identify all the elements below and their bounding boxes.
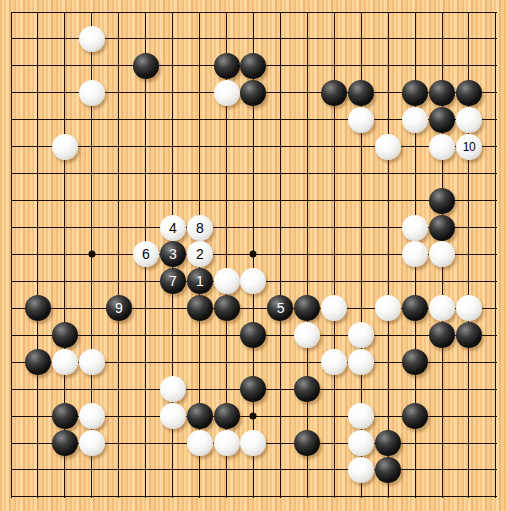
stone-white[interactable]	[214, 430, 240, 456]
grid-line	[388, 12, 389, 498]
move-number-label: 2	[196, 247, 203, 261]
stone-white[interactable]	[348, 322, 374, 348]
move-number-label: 8	[196, 221, 203, 235]
stone-white-move-2[interactable]: 2	[187, 241, 213, 267]
stone-white-move-8[interactable]: 8	[187, 215, 213, 241]
move-number-label: 3	[169, 247, 176, 261]
stone-black[interactable]	[321, 80, 347, 106]
stone-white[interactable]	[79, 26, 105, 52]
star-point	[250, 413, 257, 420]
stone-black[interactable]	[429, 188, 455, 214]
stone-black[interactable]	[294, 295, 320, 321]
move-number-label: 10	[463, 141, 475, 153]
stone-white[interactable]	[348, 457, 374, 483]
stone-black[interactable]	[25, 349, 51, 375]
stone-black-move-9[interactable]: 9	[106, 295, 132, 321]
stone-black[interactable]	[429, 107, 455, 133]
stone-white[interactable]	[160, 403, 186, 429]
stone-black[interactable]	[25, 295, 51, 321]
stone-white[interactable]	[456, 295, 482, 321]
stone-black[interactable]	[187, 295, 213, 321]
stone-white[interactable]	[321, 295, 347, 321]
stone-white[interactable]	[79, 403, 105, 429]
stone-black[interactable]	[402, 349, 428, 375]
stone-black[interactable]	[294, 376, 320, 402]
stone-black[interactable]	[429, 322, 455, 348]
stone-white[interactable]	[375, 134, 401, 160]
grid-line	[11, 469, 497, 470]
stone-black[interactable]	[348, 80, 374, 106]
stone-white[interactable]	[348, 349, 374, 375]
stone-white[interactable]	[321, 349, 347, 375]
stone-white[interactable]	[348, 403, 374, 429]
stone-white[interactable]	[160, 376, 186, 402]
star-point	[88, 251, 95, 258]
move-number-label: 6	[142, 247, 149, 261]
grid-line	[11, 12, 497, 13]
stone-white[interactable]	[294, 322, 320, 348]
stone-white[interactable]	[429, 134, 455, 160]
stone-black[interactable]	[240, 80, 266, 106]
stone-black[interactable]	[214, 295, 240, 321]
stone-black[interactable]	[214, 53, 240, 79]
stone-white[interactable]	[240, 268, 266, 294]
stone-black[interactable]	[456, 80, 482, 106]
stone-white[interactable]	[187, 430, 213, 456]
stone-black-move-7[interactable]: 7	[160, 268, 186, 294]
stone-white[interactable]	[429, 295, 455, 321]
stone-black[interactable]	[240, 53, 266, 79]
grid-line	[11, 173, 497, 174]
grid-line	[280, 12, 281, 498]
stone-black-move-3[interactable]: 3	[160, 241, 186, 267]
stone-black[interactable]	[294, 430, 320, 456]
stone-black[interactable]	[133, 53, 159, 79]
grid-line	[37, 12, 38, 498]
grid-line	[11, 12, 12, 498]
stone-black-move-1[interactable]: 1	[187, 268, 213, 294]
stone-black[interactable]	[402, 403, 428, 429]
stone-black[interactable]	[429, 215, 455, 241]
stone-black[interactable]	[402, 80, 428, 106]
go-board[interactable]: 10486327195	[0, 0, 508, 511]
stone-white[interactable]	[375, 295, 401, 321]
stone-white-move-6[interactable]: 6	[133, 241, 159, 267]
grid-line	[11, 146, 497, 147]
stone-white[interactable]	[79, 80, 105, 106]
stone-white[interactable]	[348, 107, 374, 133]
move-number-label: 1	[196, 274, 203, 288]
grid-line	[307, 12, 308, 498]
stone-white-move-10[interactable]: 10	[456, 134, 482, 160]
stone-white[interactable]	[456, 107, 482, 133]
move-number-label: 7	[169, 274, 176, 288]
stone-white[interactable]	[240, 430, 266, 456]
grid-line	[118, 12, 119, 498]
stone-white[interactable]	[214, 268, 240, 294]
stone-white[interactable]	[52, 134, 78, 160]
star-point	[250, 251, 257, 258]
stone-black[interactable]	[240, 322, 266, 348]
stone-black[interactable]	[456, 322, 482, 348]
stone-white-move-4[interactable]: 4	[160, 215, 186, 241]
stone-black[interactable]	[52, 403, 78, 429]
stone-white[interactable]	[79, 349, 105, 375]
stone-black[interactable]	[375, 430, 401, 456]
move-number-label: 5	[277, 301, 284, 315]
stone-black[interactable]	[375, 457, 401, 483]
grid-line	[11, 200, 497, 201]
stone-black[interactable]	[52, 322, 78, 348]
stone-white[interactable]	[52, 349, 78, 375]
stone-white[interactable]	[348, 430, 374, 456]
stone-black[interactable]	[52, 430, 78, 456]
grid-line	[495, 12, 496, 498]
stone-black[interactable]	[429, 80, 455, 106]
stone-white[interactable]	[402, 215, 428, 241]
move-number-label: 9	[115, 301, 122, 315]
grid-line	[11, 496, 497, 497]
stone-white[interactable]	[402, 241, 428, 267]
stone-black-move-5[interactable]: 5	[267, 295, 293, 321]
stone-black[interactable]	[402, 295, 428, 321]
stone-white[interactable]	[429, 241, 455, 267]
stone-black[interactable]	[240, 376, 266, 402]
stone-white[interactable]	[402, 107, 428, 133]
stone-white[interactable]	[214, 80, 240, 106]
stone-black[interactable]	[214, 403, 240, 429]
move-number-label: 4	[169, 221, 176, 235]
stone-black[interactable]	[187, 403, 213, 429]
stone-white[interactable]	[79, 430, 105, 456]
